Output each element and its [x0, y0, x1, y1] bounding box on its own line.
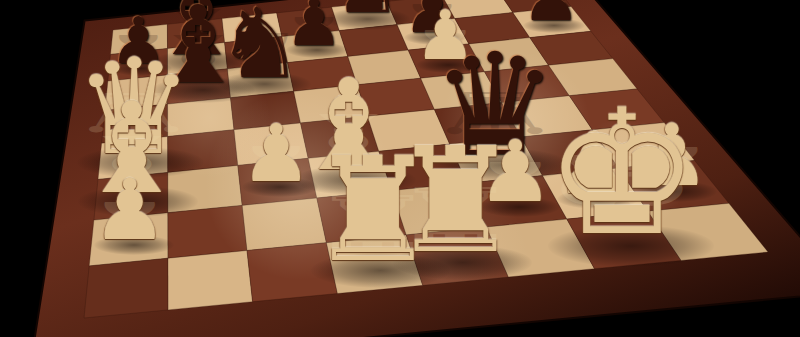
chess-scene: ♞♞♟♟♝♝♟♟♟♟♟♟♝♝♞♞♟♟♛♛♝♝♟♟♝♝♛♛♟♟♟♟♟♟♟♟♜♜♜♜… — [0, 0, 800, 337]
square-a1[interactable] — [84, 258, 168, 318]
piece-white-r-e1[interactable]: ♜ — [383, 129, 528, 274]
piece-white-k-g1[interactable]: ♚ — [536, 87, 709, 260]
square-b1[interactable] — [168, 251, 253, 310]
piece-white-p-a2[interactable]: ♟ — [88, 168, 172, 252]
